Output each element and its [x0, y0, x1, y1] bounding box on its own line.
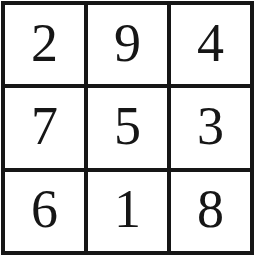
cell-value: 2 [31, 16, 58, 74]
cell-value: 6 [31, 182, 58, 240]
cell-r3c2: 1 [88, 172, 167, 251]
cell-r1c2: 9 [88, 5, 167, 84]
cell-r2c2: 5 [88, 88, 167, 167]
cell-value: 7 [31, 99, 58, 157]
cell-r1c1: 2 [5, 5, 84, 84]
cell-value: 4 [197, 16, 224, 74]
cell-value: 8 [197, 182, 224, 240]
cell-r3c3: 8 [171, 172, 250, 251]
cell-value: 9 [114, 16, 141, 74]
cell-value: 5 [114, 99, 141, 157]
cell-value: 1 [114, 182, 141, 240]
cell-value: 3 [197, 99, 224, 157]
cell-r3c1: 6 [5, 172, 84, 251]
cell-r2c3: 3 [171, 88, 250, 167]
magic-square-board: 2 9 4 7 5 3 6 1 8 [1, 1, 254, 255]
cell-r2c1: 7 [5, 88, 84, 167]
cell-r1c3: 4 [171, 5, 250, 84]
